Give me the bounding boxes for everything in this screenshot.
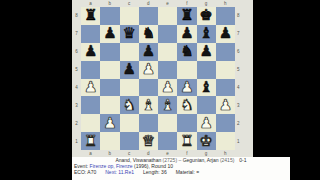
rank-label: 2 [235,114,251,132]
rank-labels-right: 87654321 [235,7,251,150]
square-d3[interactable]: ♝ [139,96,158,114]
square-b6[interactable] [100,43,119,61]
square-d6[interactable]: ♟ [139,43,158,61]
file-label: d [139,150,158,157]
rank-label: 1 [72,132,81,150]
piece-white-rook[interactable]: ♜ [180,133,193,148]
file-label: e [158,0,177,7]
square-c7[interactable]: ♛ [120,25,139,43]
file-label: f [177,0,196,7]
square-d1[interactable]: ♛ [139,132,158,150]
game-result: 0-1 [239,157,246,163]
piece-black-knight[interactable]: ♞ [142,26,155,41]
square-f2[interactable] [177,114,196,132]
file-labels-top: abcdefgh [81,0,235,7]
square-e5[interactable] [158,61,177,79]
piece-black-rook[interactable]: ♜ [180,8,193,23]
game-length: Length: 36 [143,169,167,175]
event-name-link[interactable]: Firenze op, Firenze [90,163,133,169]
file-label: g [197,0,216,7]
square-h8[interactable] [216,7,235,25]
square-h4[interactable] [216,79,235,97]
square-g7[interactable]: ♝ [197,25,216,43]
square-g6[interactable]: ♟ [197,43,216,61]
square-c3[interactable]: ♞ [120,96,139,114]
piece-black-pawn[interactable]: ♟ [84,44,97,59]
file-label: e [158,150,177,157]
rank-label: 1 [235,132,251,150]
black-player-name: Gegunian, Arjan [183,157,219,163]
square-b3[interactable] [100,96,119,114]
next-move[interactable]: Next: 11.Re1 [105,169,134,175]
piece-black-queen[interactable]: ♛ [122,26,135,41]
piece-white-knight[interactable]: ♞ [180,97,193,112]
file-label: h [216,150,235,157]
file-label: a [81,0,100,7]
square-a3[interactable] [81,96,100,114]
stats-line: ECO: A70Next: 11.Re1Length: 36Material: … [72,169,290,176]
square-b7[interactable]: ♟ [100,25,119,43]
players-separator: – [178,157,181,163]
rank-label: 6 [235,43,251,61]
square-f1[interactable]: ♜ [177,132,196,150]
game-info-panel: Anand, Viswanathan (2725) – Gegunian, Ar… [72,157,290,180]
square-e4[interactable]: ♟ [158,79,177,97]
file-label: c [120,150,139,157]
rank-labels-left: 87654321 [72,7,81,150]
piece-white-knight[interactable]: ♞ [122,97,135,112]
square-f8[interactable]: ♜ [177,7,196,25]
rank-label: 8 [235,7,251,25]
file-label: b [100,150,119,157]
piece-white-pawn[interactable]: ♟ [84,79,97,94]
square-c5[interactable]: ♟ [120,61,139,79]
square-d8[interactable] [139,7,158,25]
square-c6[interactable] [120,43,139,61]
piece-white-pawn[interactable]: ♟ [180,79,193,94]
rank-label: 5 [235,61,251,79]
piece-black-pawn[interactable]: ♟ [180,26,193,41]
square-a8[interactable]: ♜ [81,7,100,25]
piece-black-pawn[interactable]: ♟ [199,44,212,59]
square-f7[interactable]: ♟ [177,25,196,43]
square-a1[interactable]: ♜ [81,132,100,150]
square-c2[interactable] [120,114,139,132]
square-c1[interactable] [120,132,139,150]
square-h2[interactable] [216,114,235,132]
square-b4[interactable] [100,79,119,97]
rank-label: 6 [72,43,81,61]
piece-white-queen[interactable]: ♛ [142,133,155,148]
piece-white-pawn[interactable]: ♟ [142,62,155,77]
file-label: c [120,0,139,7]
square-h5[interactable] [216,61,235,79]
square-g4[interactable]: ♝ [197,79,216,97]
square-b8[interactable] [100,7,119,25]
chess-board: abcdefgh abcdefgh 87654321 87654321 ♜♜♚♟… [72,0,253,157]
piece-black-pawn[interactable]: ♟ [219,26,232,41]
rank-label: 2 [72,114,81,132]
rank-label: 4 [72,79,81,97]
square-f3[interactable]: ♞ [177,96,196,114]
thumbnail-stage: abcdefgh abcdefgh 87654321 87654321 ♜♜♚♟… [0,0,320,180]
piece-white-bishop[interactable]: ♝ [142,97,155,112]
square-g1[interactable]: ♚ [197,132,216,150]
file-label: a [81,150,100,157]
square-g2[interactable]: ♟ [197,114,216,132]
square-b1[interactable] [100,132,119,150]
square-f5[interactable] [177,61,196,79]
black-player-elo: (2415) [220,157,234,163]
square-f4[interactable]: ♟ [177,79,196,97]
square-g3[interactable] [197,96,216,114]
piece-black-knight[interactable]: ♞ [180,44,193,59]
square-d7[interactable]: ♞ [139,25,158,43]
piece-black-bishop[interactable]: ♝ [199,26,212,41]
piece-white-pawn[interactable]: ♟ [103,115,116,130]
square-b5[interactable] [100,61,119,79]
square-a4[interactable]: ♟ [81,79,100,97]
rank-label: 7 [235,25,251,43]
square-c8[interactable] [120,7,139,25]
piece-black-pawn[interactable]: ♟ [122,62,135,77]
piece-white-king[interactable]: ♚ [199,133,212,148]
piece-white-pawn[interactable]: ♟ [199,115,212,130]
rank-label: 3 [235,96,251,114]
file-labels-bottom: abcdefgh [81,150,235,157]
square-e3[interactable]: ♝ [158,96,177,114]
piece-white-pawn[interactable]: ♟ [219,97,232,112]
square-h7[interactable]: ♟ [216,25,235,43]
square-e2[interactable] [158,114,177,132]
square-d2[interactable] [139,114,158,132]
piece-black-bishop[interactable]: ♝ [199,79,212,94]
square-h1[interactable] [216,132,235,150]
rank-label: 3 [72,96,81,114]
square-e1[interactable] [158,132,177,150]
rank-label: 5 [72,61,81,79]
square-e6[interactable] [158,43,177,61]
square-c4[interactable] [120,79,139,97]
piece-white-pawn[interactable]: ♟ [161,79,174,94]
eco-code: ECO: A70 [74,169,96,175]
piece-white-bishop[interactable]: ♝ [161,97,174,112]
board-grid: ♜♜♚♟♛♞♟♝♟♟♟♞♟♟♟♟♟♟♝♞♝♝♞♟♟♟♜♛♜♚ [81,7,235,150]
file-label: g [197,150,216,157]
piece-black-pawn[interactable]: ♟ [103,26,116,41]
square-h6[interactable] [216,43,235,61]
file-label: d [139,0,158,7]
square-a7[interactable] [81,25,100,43]
square-d5[interactable]: ♟ [139,61,158,79]
rank-label: 7 [72,25,81,43]
file-label: h [216,0,235,7]
square-d4[interactable] [139,79,158,97]
event-extra: (1996), Round 10 [134,163,173,169]
square-e8[interactable] [158,7,177,25]
piece-white-rook[interactable]: ♜ [84,133,97,148]
piece-black-king[interactable]: ♚ [199,8,212,23]
material-balance: Material: = [176,169,199,175]
square-a6[interactable]: ♟ [81,43,100,61]
file-label: b [100,0,119,7]
square-e7[interactable] [158,25,177,43]
event-label: Event: [74,163,88,169]
rank-label: 4 [235,79,251,97]
file-label: f [177,150,196,157]
rank-label: 8 [72,7,81,25]
square-b2[interactable]: ♟ [100,114,119,132]
square-g8[interactable]: ♚ [197,7,216,25]
piece-black-rook[interactable]: ♜ [84,8,97,23]
piece-black-pawn[interactable]: ♟ [142,44,155,59]
square-a2[interactable] [81,114,100,132]
square-f6[interactable]: ♞ [177,43,196,61]
square-h3[interactable]: ♟ [216,96,235,114]
square-a5[interactable] [81,61,100,79]
square-g5[interactable] [197,61,216,79]
